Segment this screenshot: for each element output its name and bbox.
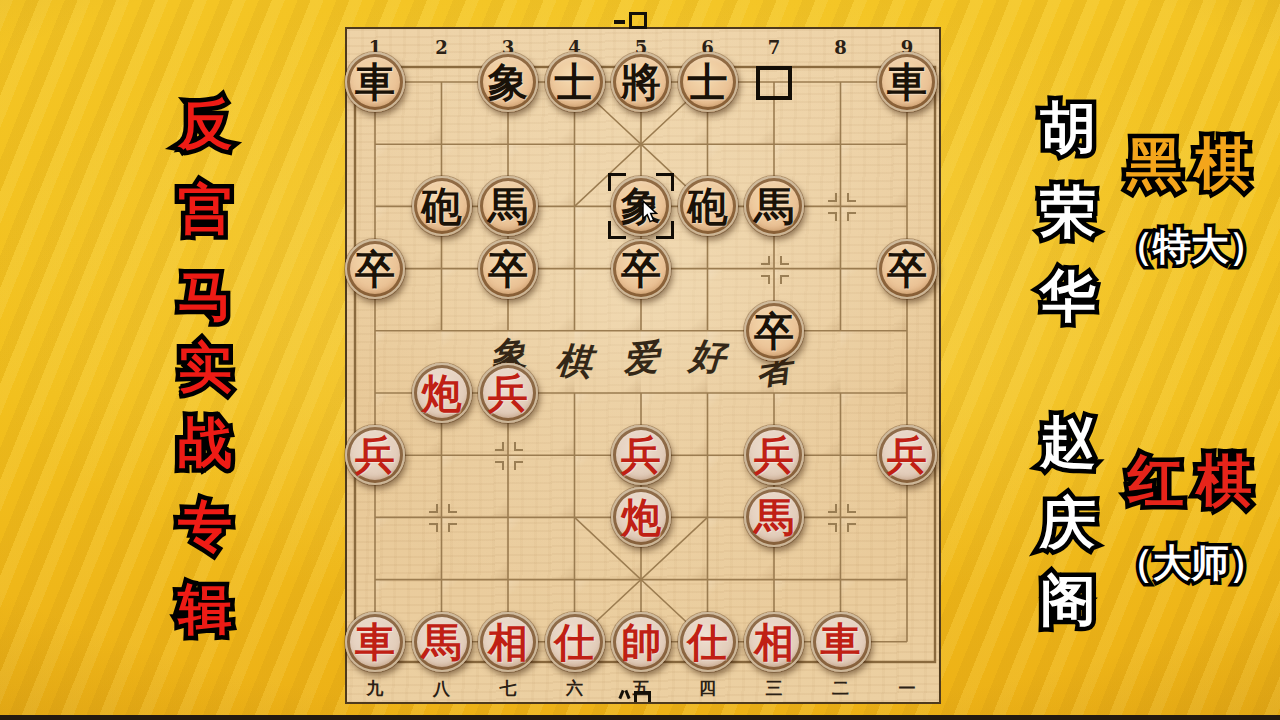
mouse-cursor-icon xyxy=(641,200,658,224)
piece-black-soldier[interactable]: 卒 xyxy=(478,239,538,299)
piece-black-cannon[interactable]: 砲 xyxy=(412,176,472,236)
piece-black-chariot[interactable]: 車 xyxy=(345,52,405,112)
piece-red-general[interactable]: 帥 xyxy=(611,612,671,672)
banner-char: 反反 xyxy=(178,98,232,152)
piece-black-horse[interactable]: 馬 xyxy=(478,176,538,236)
piece-red-chariot[interactable]: 車 xyxy=(811,612,871,672)
piece-black-horse[interactable]: 馬 xyxy=(744,176,804,236)
black-side-label: 黑棋黑棋 xyxy=(1126,136,1262,192)
file-label-top: 2 xyxy=(435,37,448,58)
piece-black-general[interactable]: 將 xyxy=(611,52,671,112)
file-label-bottom: 二 xyxy=(832,677,849,700)
red-side-label: 红棋红棋 xyxy=(1128,453,1264,509)
piece-red-soldier[interactable]: 兵 xyxy=(877,425,937,485)
black-player-name-char: 荣荣 xyxy=(1040,184,1096,240)
piece-black-chariot[interactable]: 車 xyxy=(877,52,937,112)
banner-char: 战战 xyxy=(178,416,232,470)
piece-black-soldier[interactable]: 卒 xyxy=(744,301,804,361)
file-label-bottom: 三 xyxy=(766,677,783,700)
banner-char: 马马 xyxy=(178,270,232,324)
piece-black-elephant[interactable]: 象 xyxy=(478,52,538,112)
piece-red-advisor[interactable]: 仕 xyxy=(678,612,738,672)
red-player-name-char: 阁阁 xyxy=(1040,572,1096,628)
banner-char: 辑辑 xyxy=(178,583,232,637)
piece-red-chariot[interactable]: 車 xyxy=(345,612,405,672)
piece-red-soldier[interactable]: 兵 xyxy=(345,425,405,485)
piece-black-cannon[interactable]: 砲 xyxy=(678,176,738,236)
piece-red-elephant[interactable]: 相 xyxy=(478,612,538,672)
piece-red-elephant[interactable]: 相 xyxy=(744,612,804,672)
file-label-bottom: 九 xyxy=(367,677,384,700)
piece-red-soldier[interactable]: 兵 xyxy=(478,363,538,423)
piece-red-cannon[interactable]: 炮 xyxy=(412,363,472,423)
piece-red-soldier[interactable]: 兵 xyxy=(744,425,804,485)
file-label-bottom: 七 xyxy=(500,677,517,700)
file-label-top: 7 xyxy=(768,37,781,58)
last-move-origin-marker xyxy=(756,66,792,100)
black-player-title: （特大）（特大） xyxy=(1115,227,1267,265)
black-player-name-char: 胡胡 xyxy=(1040,100,1096,156)
piece-black-advisor[interactable]: 士 xyxy=(545,52,605,112)
piece-red-horse[interactable]: 馬 xyxy=(744,487,804,547)
piece-red-horse[interactable]: 馬 xyxy=(412,612,472,672)
piece-red-cannon[interactable]: 炮 xyxy=(611,487,671,547)
piece-black-soldier[interactable]: 卒 xyxy=(877,239,937,299)
piece-black-advisor[interactable]: 士 xyxy=(678,52,738,112)
file-label-bottom: 八 xyxy=(433,677,450,700)
river-watermark-char: 好 xyxy=(688,332,727,383)
river-watermark-char: 爱 xyxy=(621,333,660,384)
xiangqi-board[interactable]: 123456789 九八七六五四三二一 象棋爱好者 車象士將士車砲馬象砲馬卒卒卒… xyxy=(345,27,941,704)
bottom-letterbox-strip xyxy=(0,715,1280,720)
file-label-bottom: 六 xyxy=(566,677,583,700)
river-watermark-char: 棋 xyxy=(554,336,593,387)
piece-red-soldier[interactable]: 兵 xyxy=(611,425,671,485)
piece-black-soldier[interactable]: 卒 xyxy=(611,239,671,299)
banner-char: 宫宫 xyxy=(178,183,232,237)
file-label-bottom: 四 xyxy=(699,677,716,700)
file-label-bottom: 一 xyxy=(899,677,916,700)
piece-red-advisor[interactable]: 仕 xyxy=(545,612,605,672)
banner-char: 专专 xyxy=(178,500,232,554)
red-player-name-char: 赵赵 xyxy=(1040,414,1096,470)
banner-char: 实实 xyxy=(178,341,232,395)
red-player-name-char: 庆庆 xyxy=(1040,495,1096,551)
xiangqi-app-screen: 123456789 九八七六五四三二一 象棋爱好者 車象士將士車砲馬象砲馬卒卒卒… xyxy=(0,0,1280,720)
red-player-title: （大师）（大师） xyxy=(1115,544,1267,582)
piece-black-soldier[interactable]: 卒 xyxy=(345,239,405,299)
black-player-name-char: 华华 xyxy=(1040,268,1096,324)
file-label-top: 8 xyxy=(834,37,847,58)
